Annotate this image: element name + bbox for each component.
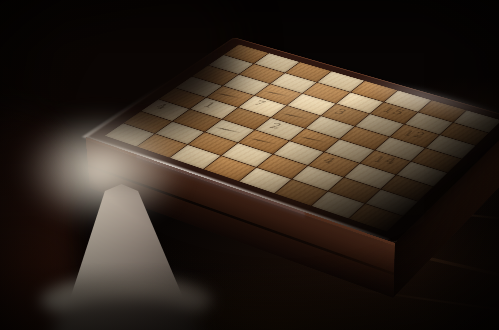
board-square [325,139,375,163]
board-square [311,192,364,219]
pencil-mark: 4 [320,155,336,166]
games-box: 153127121444 [85,37,499,243]
pencil-mark: 2 [268,121,283,131]
board-square [349,204,402,231]
pencil-mark: 7 [250,98,266,108]
board-square [273,141,323,165]
board-square [328,177,380,203]
board-square [344,164,395,189]
board-square [397,161,448,186]
board-square: 4 [308,152,358,176]
pencil-mark: 12 [401,128,426,140]
board-square [222,143,272,167]
board-square [375,137,424,161]
board-square [340,126,389,149]
board-scene: 153127121444 [0,0,499,330]
board-square [290,128,339,151]
pencil-mark: 14 [371,154,397,166]
pencil-mark: 1 [201,100,217,110]
board-square [412,148,462,172]
board-square [292,166,343,191]
pencil-mark: 15 [380,105,405,117]
photo-stage: 153127121444 [0,0,499,330]
board-square [366,189,418,216]
pencil-mark: 4 [153,102,168,111]
board-square [275,180,327,206]
board-square [426,135,475,158]
pencil-mark: 3 [332,106,347,116]
board-square [137,134,187,157]
board-square [256,154,307,179]
board-square [188,132,237,155]
board-square: 14 [360,150,410,174]
board-square [239,130,288,153]
board-square [170,145,220,169]
board-square [204,156,255,181]
board-square [239,168,290,193]
board-square [381,175,432,201]
